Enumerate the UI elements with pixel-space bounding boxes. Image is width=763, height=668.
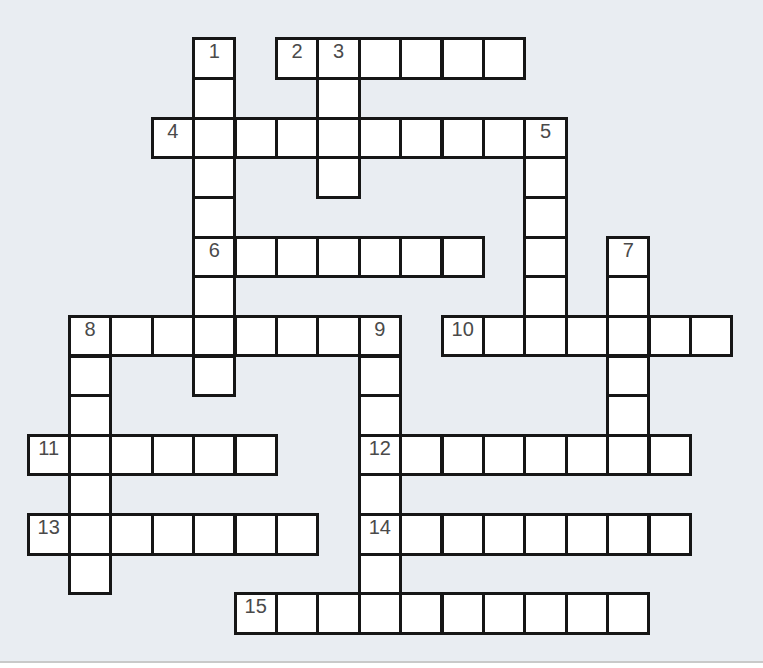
cell[interactable]: [234, 117, 278, 160]
cell[interactable]: 2: [275, 37, 319, 80]
cell-number: 13: [30, 516, 68, 537]
cell[interactable]: [565, 434, 609, 477]
cell[interactable]: [234, 315, 278, 358]
cell[interactable]: [192, 355, 236, 398]
cell[interactable]: [523, 513, 567, 556]
cell[interactable]: [523, 236, 567, 279]
cell[interactable]: [275, 117, 319, 160]
cell[interactable]: [358, 117, 402, 160]
cell[interactable]: [192, 117, 236, 160]
cell[interactable]: [316, 236, 360, 279]
cell[interactable]: [192, 315, 236, 358]
cell-number: 10: [444, 318, 482, 339]
crossword-board: 123456789101112131415: [0, 0, 763, 663]
cell[interactable]: [648, 513, 692, 556]
cell[interactable]: [358, 592, 402, 635]
cell[interactable]: [606, 315, 650, 358]
cell[interactable]: [399, 513, 443, 556]
cell[interactable]: [234, 434, 278, 477]
cell[interactable]: [275, 236, 319, 279]
cell[interactable]: 4: [151, 117, 195, 160]
cell[interactable]: [192, 77, 236, 120]
cell-number: 4: [154, 120, 192, 141]
cell[interactable]: [482, 513, 526, 556]
page: 123456789101112131415: [0, 0, 763, 668]
cell[interactable]: 12: [358, 434, 402, 477]
cell[interactable]: 11: [27, 434, 71, 477]
cell[interactable]: [151, 315, 195, 358]
cell[interactable]: [68, 394, 112, 437]
cell[interactable]: [523, 156, 567, 199]
cell[interactable]: [441, 434, 485, 477]
cell[interactable]: [192, 196, 236, 239]
cell[interactable]: [523, 315, 567, 358]
cell[interactable]: [234, 513, 278, 556]
cell[interactable]: [109, 513, 153, 556]
cell[interactable]: 13: [27, 513, 71, 556]
cell[interactable]: [482, 592, 526, 635]
cell-number: 5: [526, 120, 564, 141]
cell-number: 2: [278, 40, 316, 61]
cell[interactable]: 15: [234, 592, 278, 635]
cell-number: 15: [237, 595, 275, 616]
cell[interactable]: [441, 513, 485, 556]
cell[interactable]: [358, 236, 402, 279]
cell[interactable]: [192, 434, 236, 477]
cell[interactable]: [151, 513, 195, 556]
cell[interactable]: [523, 434, 567, 477]
cell[interactable]: [482, 117, 526, 160]
cell[interactable]: [399, 117, 443, 160]
cell-number: 6: [195, 239, 233, 260]
cell[interactable]: [441, 117, 485, 160]
cell[interactable]: 7: [606, 236, 650, 279]
cell[interactable]: 10: [441, 315, 485, 358]
cell[interactable]: 9: [358, 315, 402, 358]
cell[interactable]: [68, 434, 112, 477]
cell[interactable]: [606, 592, 650, 635]
cell[interactable]: [316, 592, 360, 635]
cell[interactable]: [606, 434, 650, 477]
cell[interactable]: [399, 37, 443, 80]
cell[interactable]: [482, 315, 526, 358]
cell[interactable]: [482, 37, 526, 80]
cell[interactable]: [68, 473, 112, 516]
cell[interactable]: [399, 236, 443, 279]
cell[interactable]: [523, 196, 567, 239]
cell-number: 3: [319, 40, 357, 61]
cell[interactable]: [316, 77, 360, 120]
cell[interactable]: [441, 37, 485, 80]
cell[interactable]: [606, 275, 650, 318]
cell[interactable]: [648, 434, 692, 477]
cell[interactable]: [109, 315, 153, 358]
cell[interactable]: [399, 434, 443, 477]
cell[interactable]: 5: [523, 117, 567, 160]
cell[interactable]: [316, 117, 360, 160]
cell[interactable]: [275, 513, 319, 556]
cell[interactable]: [358, 37, 402, 80]
cell[interactable]: 1: [192, 37, 236, 80]
cell[interactable]: [523, 275, 567, 318]
cell[interactable]: [523, 592, 567, 635]
cell[interactable]: [565, 315, 609, 358]
cell[interactable]: [358, 394, 402, 437]
cell-number: 1: [195, 40, 233, 61]
cell[interactable]: [275, 592, 319, 635]
cell[interactable]: [482, 434, 526, 477]
cell[interactable]: [358, 473, 402, 516]
cell[interactable]: [68, 513, 112, 556]
cell[interactable]: [358, 355, 402, 398]
cell[interactable]: [565, 592, 609, 635]
cell[interactable]: 14: [358, 513, 402, 556]
cell[interactable]: [151, 434, 195, 477]
cell[interactable]: [441, 236, 485, 279]
cell[interactable]: 3: [316, 37, 360, 80]
cell[interactable]: [441, 592, 485, 635]
cell[interactable]: [68, 553, 112, 596]
cell-number: 9: [361, 318, 399, 339]
cell[interactable]: 8: [68, 315, 112, 358]
cell[interactable]: [192, 513, 236, 556]
cell-number: 8: [71, 318, 109, 339]
cell[interactable]: [316, 315, 360, 358]
cell[interactable]: [316, 156, 360, 199]
cell[interactable]: [109, 434, 153, 477]
cell[interactable]: [606, 394, 650, 437]
cell[interactable]: [399, 592, 443, 635]
cell[interactable]: [192, 275, 236, 318]
cell[interactable]: [689, 315, 733, 358]
cell[interactable]: [648, 315, 692, 358]
cell-number: 7: [609, 239, 647, 260]
cell[interactable]: [192, 156, 236, 199]
cell[interactable]: [606, 355, 650, 398]
cell[interactable]: [358, 553, 402, 596]
cell-number: 14: [361, 516, 399, 537]
cell[interactable]: [275, 315, 319, 358]
cell[interactable]: [606, 513, 650, 556]
cell[interactable]: [234, 236, 278, 279]
cell[interactable]: [565, 513, 609, 556]
cell[interactable]: [68, 355, 112, 398]
cell-number: 11: [30, 437, 68, 458]
cell-number: 12: [361, 437, 399, 458]
cell[interactable]: 6: [192, 236, 236, 279]
